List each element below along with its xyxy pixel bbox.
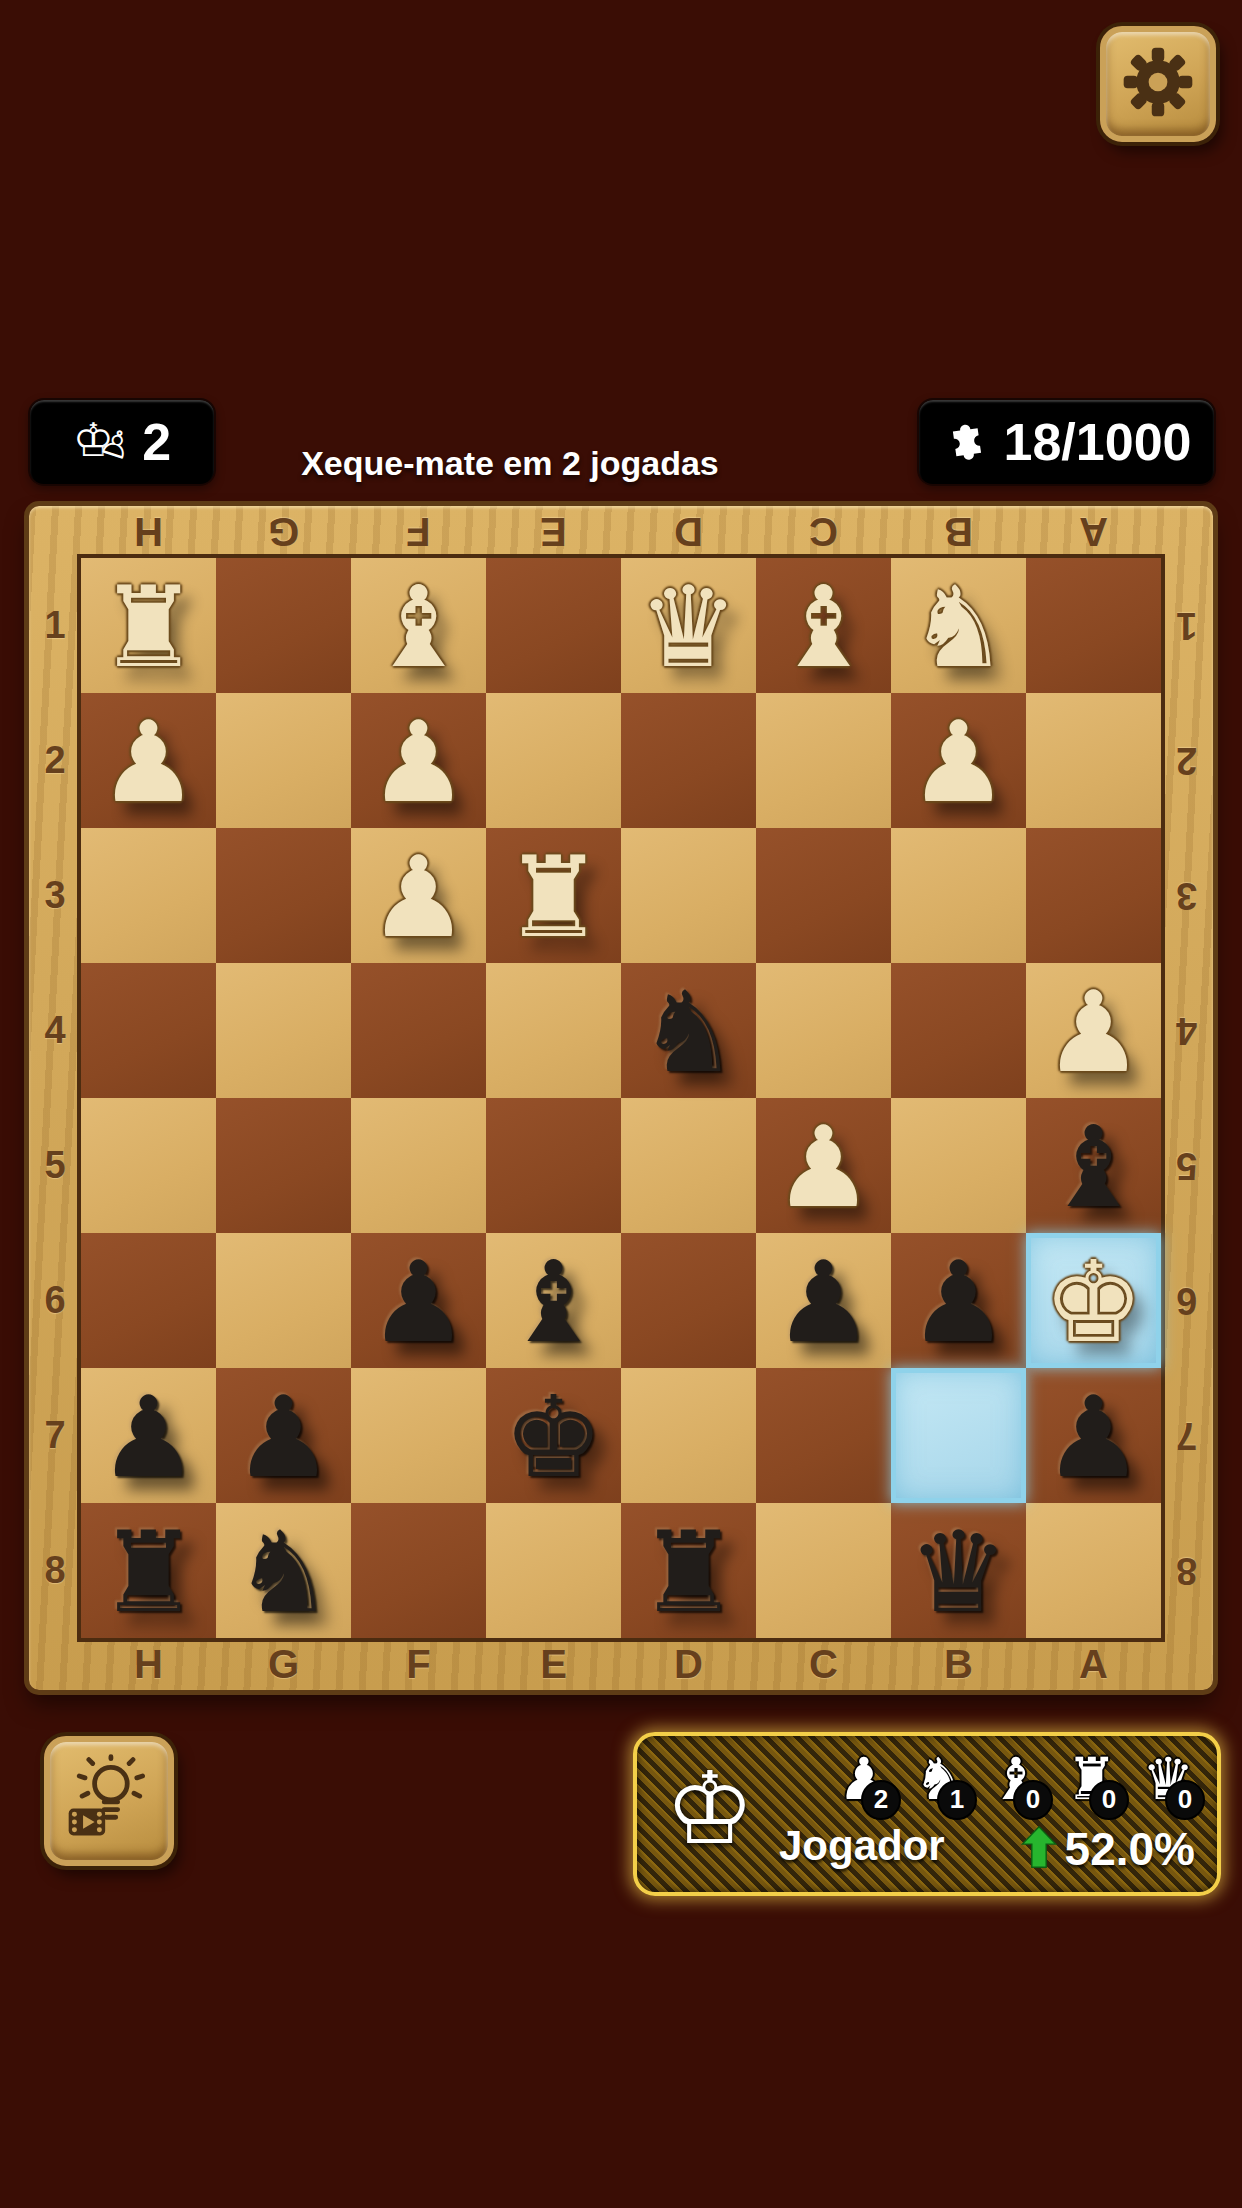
puzzle-pieces-badge: ♔♙ 2 (28, 398, 216, 486)
square-e2[interactable] (486, 693, 621, 828)
black-knight-g8[interactable]: ♞ (216, 1503, 351, 1638)
puzzle-progress-badge: 18/1000 (917, 398, 1216, 486)
black-pawn-b6[interactable]: ♟ (891, 1233, 1026, 1368)
square-b4[interactable] (891, 963, 1026, 1098)
rank-label-right-5: 5 (1161, 1098, 1213, 1233)
captured-knight: ♞1 (909, 1746, 971, 1816)
white-pawn-f3[interactable]: ♟ (351, 828, 486, 963)
black-pawn-c6[interactable]: ♟ (756, 1233, 891, 1368)
rank-label-left-1: 1 (29, 558, 81, 693)
puzzle-title: Xeque-mate em 2 jogadas (240, 444, 780, 483)
black-king-e7[interactable]: ♚ (486, 1368, 621, 1503)
rank-label-left-4: 4 (29, 963, 81, 1098)
square-a2[interactable] (1026, 693, 1161, 828)
square-h4[interactable] (81, 963, 216, 1098)
square-e1[interactable] (486, 558, 621, 693)
file-label-top-c: C (756, 506, 891, 558)
square-c4[interactable] (756, 963, 891, 1098)
hint-button[interactable] (44, 1736, 174, 1866)
square-e4[interactable] (486, 963, 621, 1098)
rank-label-left-2: 2 (29, 693, 81, 828)
square-a7[interactable]: ♟ (1026, 1368, 1161, 1503)
file-label-bottom-g: G (216, 1638, 351, 1690)
file-label-bottom-d: D (621, 1638, 756, 1690)
square-f2[interactable]: ♟ (351, 693, 486, 828)
white-rook-e3[interactable]: ♜ (486, 828, 621, 963)
lightbulb-video-icon (61, 1751, 157, 1851)
file-label-bottom-f: F (351, 1638, 486, 1690)
chess-puzzle-screen: ♔♙ 2 Xeque-mate em 2 jogadas 18/1000 ♜♝♛… (0, 0, 1242, 2208)
square-c3[interactable] (756, 828, 891, 963)
square-a1[interactable] (1026, 558, 1161, 693)
square-b2[interactable]: ♟ (891, 693, 1026, 828)
win-chance-row: 52.0% (1021, 1822, 1195, 1876)
square-f6[interactable]: ♟ (351, 1233, 486, 1368)
square-b1[interactable]: ♞ (891, 558, 1026, 693)
square-h6[interactable] (81, 1233, 216, 1368)
square-e5[interactable] (486, 1098, 621, 1233)
square-c1[interactable]: ♝ (756, 558, 891, 693)
square-g5[interactable] (216, 1098, 351, 1233)
square-g7[interactable]: ♟ (216, 1368, 351, 1503)
file-label-top-b: B (891, 506, 1026, 558)
square-g1[interactable] (216, 558, 351, 693)
square-e8[interactable] (486, 1503, 621, 1638)
white-pawn-b2[interactable]: ♟ (891, 693, 1026, 828)
player-panel: ♔ Jogador ♟2♞1♝0♜0♛0 52.0% (633, 1732, 1221, 1896)
square-c5[interactable]: ♟ (756, 1098, 891, 1233)
rank-label-left-7: 7 (29, 1368, 81, 1503)
square-c7[interactable] (756, 1368, 891, 1503)
chess-pieces-icon: ♔♙ (73, 417, 133, 467)
square-f8[interactable] (351, 1503, 486, 1638)
square-g4[interactable] (216, 963, 351, 1098)
file-label-top-g: G (216, 506, 351, 558)
white-king-a6[interactable]: ♚ (1026, 1233, 1161, 1368)
player-name: Jogador (779, 1822, 945, 1870)
square-f1[interactable]: ♝ (351, 558, 486, 693)
captured-rook-count: 0 (1089, 1780, 1129, 1820)
captured-queen-count: 0 (1165, 1780, 1205, 1820)
square-e7[interactable]: ♚ (486, 1368, 621, 1503)
black-bishop-e6[interactable]: ♝ (486, 1233, 621, 1368)
black-pawn-g7[interactable]: ♟ (216, 1368, 351, 1503)
board-grid: ♜♝♛♝♞♟♟♟♟♜♞♟♟♝♟♝♟♟♚♟♟♚♟♜♞♜♛ (81, 558, 1161, 1638)
puzzle-piece-icon (938, 411, 997, 474)
white-rook-h1[interactable]: ♜ (81, 558, 216, 693)
rank-label-right-1: 1 (1161, 558, 1213, 693)
captured-bishop-count: 0 (1013, 1780, 1053, 1820)
square-b3[interactable] (891, 828, 1026, 963)
trend-up-icon (1021, 1825, 1057, 1873)
square-g2[interactable] (216, 693, 351, 828)
file-label-bottom-b: B (891, 1638, 1026, 1690)
captured-rook: ♜0 (1061, 1746, 1123, 1816)
file-label-top-d: D (621, 506, 756, 558)
square-d6[interactable] (621, 1233, 756, 1368)
square-h2[interactable]: ♟ (81, 693, 216, 828)
black-knight-d4[interactable]: ♞ (621, 963, 756, 1098)
white-bishop-c1[interactable]: ♝ (756, 558, 891, 693)
square-h5[interactable] (81, 1098, 216, 1233)
white-pawn-h2[interactable]: ♟ (81, 693, 216, 828)
file-label-bottom-e: E (486, 1638, 621, 1690)
black-pawn-h7[interactable]: ♟ (81, 1368, 216, 1503)
square-f3[interactable]: ♟ (351, 828, 486, 963)
rank-label-left-3: 3 (29, 828, 81, 963)
square-d7[interactable] (621, 1368, 756, 1503)
square-a8[interactable] (1026, 1503, 1161, 1638)
file-label-top-f: F (351, 506, 486, 558)
file-label-top-e: E (486, 506, 621, 558)
rank-label-right-2: 2 (1161, 693, 1213, 828)
square-d3[interactable] (621, 828, 756, 963)
black-bishop-a5[interactable]: ♝ (1026, 1098, 1161, 1233)
square-b8[interactable]: ♛ (891, 1503, 1026, 1638)
square-g3[interactable] (216, 828, 351, 963)
white-pawn-f2[interactable]: ♟ (351, 693, 486, 828)
square-d4[interactable]: ♞ (621, 963, 756, 1098)
settings-button[interactable] (1100, 26, 1216, 142)
square-f4[interactable] (351, 963, 486, 1098)
white-pawn-a4[interactable]: ♟ (1026, 963, 1161, 1098)
file-label-bottom-h: H (81, 1638, 216, 1690)
square-b6[interactable]: ♟ (891, 1233, 1026, 1368)
square-d1[interactable]: ♛ (621, 558, 756, 693)
square-c2[interactable] (756, 693, 891, 828)
square-a6[interactable]: ♚ (1026, 1233, 1161, 1368)
puzzle-progress-count: 18/1000 (1004, 412, 1192, 472)
rank-label-left-5: 5 (29, 1098, 81, 1233)
rank-label-right-7: 7 (1161, 1368, 1213, 1503)
square-h8[interactable]: ♜ (81, 1503, 216, 1638)
square-b5[interactable] (891, 1098, 1026, 1233)
rank-label-left-8: 8 (29, 1503, 81, 1638)
square-g6[interactable] (216, 1233, 351, 1368)
square-d8[interactable]: ♜ (621, 1503, 756, 1638)
black-pawn-f6[interactable]: ♟ (351, 1233, 486, 1368)
square-c8[interactable] (756, 1503, 891, 1638)
rank-label-right-8: 8 (1161, 1503, 1213, 1638)
black-queen-b8[interactable]: ♛ (891, 1503, 1026, 1638)
black-rook-h8[interactable]: ♜ (81, 1503, 216, 1638)
square-h7[interactable]: ♟ (81, 1368, 216, 1503)
black-pawn-a7[interactable]: ♟ (1026, 1368, 1161, 1503)
white-pawn-c5[interactable]: ♟ (756, 1098, 891, 1233)
chess-board: ♜♝♛♝♞♟♟♟♟♜♞♟♟♝♟♝♟♟♚♟♟♚♟♜♞♜♛ HHGGFFEEDDCC… (29, 506, 1213, 1690)
square-c6[interactable]: ♟ (756, 1233, 891, 1368)
rank-label-left-6: 6 (29, 1233, 81, 1368)
white-queen-d1[interactable]: ♛ (621, 558, 756, 693)
square-e3[interactable]: ♜ (486, 828, 621, 963)
file-label-top-h: H (81, 506, 216, 558)
file-label-bottom-a: A (1026, 1638, 1161, 1690)
captured-pieces-row: ♟2♞1♝0♜0♛0 (833, 1746, 1199, 1816)
captured-knight-count: 1 (937, 1780, 977, 1820)
square-f5[interactable] (351, 1098, 486, 1233)
file-label-bottom-c: C (756, 1638, 891, 1690)
file-label-top-a: A (1026, 506, 1161, 558)
gear-icon (1119, 43, 1197, 125)
square-g8[interactable]: ♞ (216, 1503, 351, 1638)
captured-pawn-count: 2 (861, 1780, 901, 1820)
captured-pawn: ♟2 (833, 1746, 895, 1816)
captured-queen: ♛0 (1137, 1746, 1199, 1816)
rank-label-right-6: 6 (1161, 1233, 1213, 1368)
white-bishop-f1[interactable]: ♝ (351, 558, 486, 693)
white-knight-b1[interactable]: ♞ (891, 558, 1026, 693)
square-h3[interactable] (81, 828, 216, 963)
rank-label-right-3: 3 (1161, 828, 1213, 963)
square-d5[interactable] (621, 1098, 756, 1233)
square-f7[interactable] (351, 1368, 486, 1503)
square-a4[interactable]: ♟ (1026, 963, 1161, 1098)
square-h1[interactable]: ♜ (81, 558, 216, 693)
square-e6[interactable]: ♝ (486, 1233, 621, 1368)
win-chance-value: 52.0% (1065, 1822, 1195, 1876)
rank-label-right-4: 4 (1161, 963, 1213, 1098)
square-a5[interactable]: ♝ (1026, 1098, 1161, 1233)
puzzle-pieces-count: 2 (142, 412, 171, 472)
square-b7[interactable] (891, 1368, 1026, 1503)
square-d2[interactable] (621, 693, 756, 828)
player-king-icon: ♔ (665, 1754, 755, 1864)
square-a3[interactable] (1026, 828, 1161, 963)
black-rook-d8[interactable]: ♜ (621, 1503, 756, 1638)
captured-bishop: ♝0 (985, 1746, 1047, 1816)
